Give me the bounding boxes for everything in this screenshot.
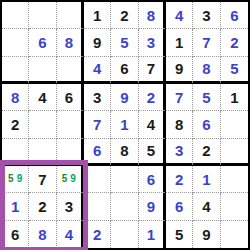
cell-r3c6[interactable]: 7 [139,57,166,84]
cell-r9c9[interactable] [221,221,248,248]
cell-r4c5[interactable]: 9 [111,84,138,111]
cell-r7c3[interactable]: 59 [57,166,84,193]
cell-r2c3[interactable]: 8 [57,29,84,56]
cell-r8c6[interactable]: 9 [139,193,166,220]
cell-r1c8[interactable]: 3 [193,2,220,29]
cell-r1c6[interactable]: 8 [139,2,166,29]
cell-r4c2[interactable]: 4 [29,84,56,111]
cell-r9c7[interactable]: 5 [166,221,193,248]
cell-r6c4[interactable]: 6 [84,139,111,166]
cell-r9c3[interactable]: 4 [57,221,84,248]
cell-r3c4[interactable]: 4 [84,57,111,84]
cell-r7c7[interactable]: 2 [166,166,193,193]
cell-r9c1[interactable]: 6 [2,221,29,248]
cell-r9c6[interactable]: 1 [139,221,166,248]
candidate-digit: 5 [8,174,14,184]
cell-r2c7[interactable]: 1 [166,29,193,56]
cell-r6c7[interactable]: 3 [166,139,193,166]
cell-r8c5[interactable] [111,193,138,220]
cell-r2c6[interactable]: 3 [139,29,166,56]
candidate-digit: 9 [70,174,76,184]
cell-r2c8[interactable]: 7 [193,29,220,56]
cell-r8c1[interactable]: 1 [2,193,29,220]
cell-r4c4[interactable]: 3 [84,84,111,111]
cell-r1c3[interactable] [57,2,84,29]
cell-r6c8[interactable]: 2 [193,139,220,166]
cell-r6c5[interactable]: 8 [111,139,138,166]
cell-r7c6[interactable]: 6 [139,166,166,193]
cell-r9c4[interactable]: 2 [84,221,111,248]
cell-r2c2[interactable]: 6 [29,29,56,56]
cell-r3c8[interactable]: 8 [193,57,220,84]
cell-r4c1[interactable]: 8 [2,84,29,111]
cell-r6c1[interactable] [2,139,29,166]
cell-r8c4[interactable] [84,193,111,220]
candidate-digit: 5 [62,174,68,184]
cell-r3c1[interactable] [2,57,29,84]
cell-r3c7[interactable]: 9 [166,57,193,84]
cell-r5c2[interactable] [29,111,56,138]
cell-r1c9[interactable]: 6 [221,2,248,29]
cell-r4c8[interactable]: 5 [193,84,220,111]
cell-r7c9[interactable] [221,166,248,193]
cell-r4c3[interactable]: 6 [57,84,84,111]
cell-r4c9[interactable]: 1 [221,84,248,111]
candidate-digit: 9 [17,174,23,184]
cell-r4c6[interactable]: 2 [139,84,166,111]
cell-r9c8[interactable]: 9 [193,221,220,248]
cell-r1c1[interactable] [2,2,29,29]
cell-r5c4[interactable]: 7 [84,111,111,138]
sudoku-board: 1284366895317246798584639275127148668532… [0,0,250,250]
cell-r4c7[interactable]: 7 [166,84,193,111]
cell-r8c2[interactable]: 2 [29,193,56,220]
cell-r6c2[interactable] [29,139,56,166]
cell-r1c4[interactable]: 1 [84,2,111,29]
cell-r5c5[interactable]: 1 [111,111,138,138]
cell-r8c8[interactable]: 4 [193,193,220,220]
cell-r3c5[interactable]: 6 [111,57,138,84]
cell-r8c7[interactable]: 6 [166,193,193,220]
cell-r2c1[interactable] [2,29,29,56]
cell-r6c6[interactable]: 5 [139,139,166,166]
cell-r5c1[interactable]: 2 [2,111,29,138]
cell-r7c5[interactable] [111,166,138,193]
cell-r1c5[interactable]: 2 [111,2,138,29]
cell-r9c5[interactable] [111,221,138,248]
cell-r6c3[interactable] [57,139,84,166]
cell-r7c2[interactable]: 7 [29,166,56,193]
cell-r3c3[interactable] [57,57,84,84]
cell-r3c2[interactable] [29,57,56,84]
cell-r8c9[interactable] [221,193,248,220]
cell-r5c3[interactable] [57,111,84,138]
cell-r5c7[interactable]: 8 [166,111,193,138]
cell-r9c2[interactable]: 8 [29,221,56,248]
cell-r1c2[interactable] [29,2,56,29]
cell-r3c9[interactable]: 5 [221,57,248,84]
cell-r5c6[interactable]: 4 [139,111,166,138]
cell-r5c9[interactable] [221,111,248,138]
cell-r2c9[interactable]: 2 [221,29,248,56]
cell-r7c4[interactable] [84,166,111,193]
cell-r1c7[interactable]: 4 [166,2,193,29]
cell-r8c3[interactable]: 3 [57,193,84,220]
cell-r5c8[interactable]: 6 [193,111,220,138]
cell-r2c4[interactable]: 9 [84,29,111,56]
cell-r7c8[interactable]: 1 [193,166,220,193]
cell-r2c5[interactable]: 5 [111,29,138,56]
cell-r6c9[interactable] [221,139,248,166]
cell-r7c1[interactable]: 59 [2,166,29,193]
